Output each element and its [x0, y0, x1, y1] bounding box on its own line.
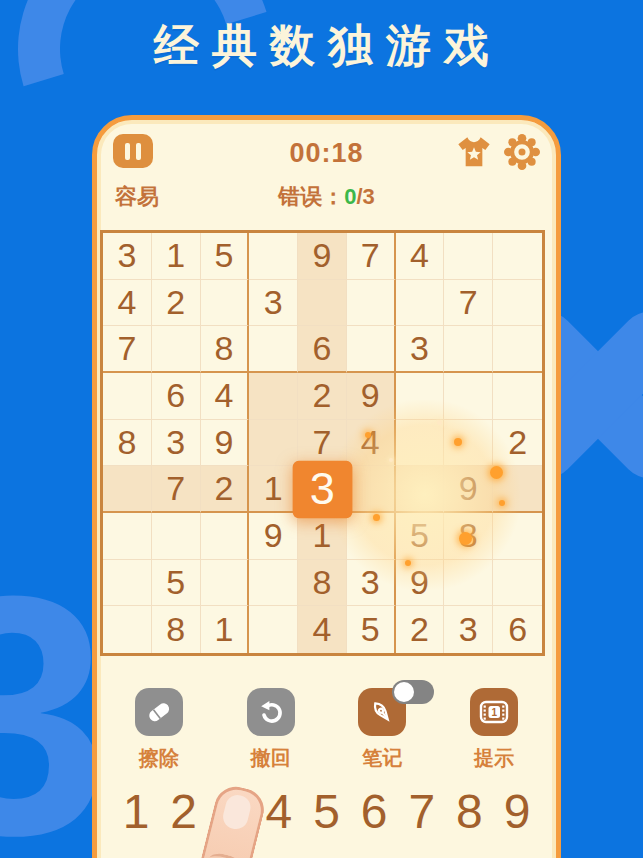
cell-r6c9[interactable] — [493, 466, 542, 513]
cell-r5c7[interactable] — [396, 420, 445, 467]
cell-r3c8[interactable] — [444, 326, 493, 373]
cell-r9c1[interactable] — [103, 606, 152, 653]
cell-r2c4[interactable]: 3 — [249, 280, 298, 327]
numpad-5[interactable]: 5 — [308, 784, 346, 839]
app-screen: 3 经典数独游戏 00:18 容易 错误 — [0, 0, 643, 858]
numpad-3[interactable]: 3 — [212, 784, 250, 839]
cell-r1c6[interactable]: 7 — [347, 233, 396, 280]
cell-r2c1[interactable]: 4 — [103, 280, 152, 327]
cell-r3c6[interactable] — [347, 326, 396, 373]
numpad-7[interactable]: 7 — [403, 784, 441, 839]
cell-r8c5[interactable]: 8 — [298, 560, 347, 607]
notes-button[interactable]: 笔记 — [344, 688, 420, 772]
cell-r7c7[interactable]: 5 — [396, 513, 445, 560]
cell-r6c7[interactable] — [396, 466, 445, 513]
cell-r9c9[interactable]: 6 — [493, 606, 542, 653]
cell-r7c5[interactable]: 1 — [298, 513, 347, 560]
numpad-8[interactable]: 8 — [450, 784, 488, 839]
cell-r6c3[interactable]: 2 — [201, 466, 250, 513]
cell-r3c9[interactable] — [493, 326, 542, 373]
cell-r5c8[interactable] — [444, 420, 493, 467]
cell-r8c6[interactable]: 3 — [347, 560, 396, 607]
cell-r1c2[interactable]: 1 — [152, 233, 201, 280]
cell-r9c7[interactable]: 2 — [396, 606, 445, 653]
cell-r7c9[interactable] — [493, 513, 542, 560]
erase-button[interactable]: 擦除 — [121, 688, 197, 772]
hint-badge: 1 — [491, 707, 497, 718]
tool-label: 提示 — [474, 745, 514, 772]
cell-r6c5[interactable]: 3 — [293, 461, 352, 518]
cell-r4c2[interactable]: 6 — [152, 373, 201, 420]
cell-r1c7[interactable]: 4 — [396, 233, 445, 280]
cell-r7c1[interactable] — [103, 513, 152, 560]
numpad-1[interactable]: 1 — [117, 784, 155, 839]
cell-r8c7[interactable]: 9 — [396, 560, 445, 607]
undo-button[interactable]: 撤回 — [233, 688, 309, 772]
cell-r5c5[interactable]: 7 — [298, 420, 347, 467]
cell-r4c6[interactable]: 9 — [347, 373, 396, 420]
cell-r6c1[interactable] — [103, 466, 152, 513]
game-card: 00:18 容易 错误：0/3 3159744237786364 — [92, 115, 561, 858]
cell-r4c1[interactable] — [103, 373, 152, 420]
cell-r2c3[interactable] — [201, 280, 250, 327]
cell-r2c6[interactable] — [347, 280, 396, 327]
cell-r4c3[interactable]: 4 — [201, 373, 250, 420]
tshirt-star-icon[interactable] — [454, 132, 494, 172]
errors-value: 0 — [344, 184, 356, 209]
cell-r5c9[interactable]: 2 — [493, 420, 542, 467]
hint-button[interactable]: 1 提示 — [456, 688, 532, 772]
cell-r3c3[interactable]: 8 — [201, 326, 250, 373]
cell-r2c8[interactable]: 7 — [444, 280, 493, 327]
cell-r1c9[interactable] — [493, 233, 542, 280]
cell-r9c8[interactable]: 3 — [444, 606, 493, 653]
cell-r8c2[interactable]: 5 — [152, 560, 201, 607]
cell-r9c3[interactable]: 1 — [201, 606, 250, 653]
cell-r3c2[interactable] — [152, 326, 201, 373]
cell-r2c9[interactable] — [493, 280, 542, 327]
cell-r8c4[interactable] — [249, 560, 298, 607]
numpad-2[interactable]: 2 — [165, 784, 203, 839]
cell-r8c1[interactable] — [103, 560, 152, 607]
cell-r1c3[interactable]: 5 — [201, 233, 250, 280]
cell-r1c1[interactable]: 3 — [103, 233, 152, 280]
cell-r6c8[interactable]: 9 — [444, 466, 493, 513]
cell-r9c2[interactable]: 8 — [152, 606, 201, 653]
cell-r5c3[interactable]: 9 — [201, 420, 250, 467]
cell-r7c4[interactable]: 9 — [249, 513, 298, 560]
errors-total: /3 — [356, 184, 374, 209]
tool-label: 笔记 — [362, 745, 402, 772]
page-title: 经典数独游戏 — [0, 16, 643, 76]
cell-r7c3[interactable] — [201, 513, 250, 560]
cell-r5c6[interactable]: 4 — [347, 420, 396, 467]
cell-r7c6[interactable] — [347, 513, 396, 560]
cell-r6c2[interactable]: 7 — [152, 466, 201, 513]
cell-r4c4[interactable] — [249, 373, 298, 420]
cell-r8c8[interactable] — [444, 560, 493, 607]
numpad-9[interactable]: 9 — [498, 784, 536, 839]
cell-r3c5[interactable]: 6 — [298, 326, 347, 373]
cell-r9c6[interactable]: 5 — [347, 606, 396, 653]
cell-r1c4[interactable] — [249, 233, 298, 280]
undo-icon — [247, 688, 295, 736]
cell-r4c8[interactable] — [444, 373, 493, 420]
cell-r9c4[interactable] — [249, 606, 298, 653]
numpad: 123456789 — [109, 784, 544, 839]
cell-r2c2[interactable]: 2 — [152, 280, 201, 327]
cell-r6c6[interactable] — [347, 466, 396, 513]
cell-r7c8[interactable]: 8 — [444, 513, 493, 560]
cell-r4c9[interactable] — [493, 373, 542, 420]
cell-r2c7[interactable] — [396, 280, 445, 327]
cell-r4c5[interactable]: 2 — [298, 373, 347, 420]
cell-r8c3[interactable] — [201, 560, 250, 607]
errors-counter: 错误：0/3 — [97, 182, 556, 212]
cell-r3c7[interactable]: 3 — [396, 326, 445, 373]
tool-label: 擦除 — [139, 745, 179, 772]
sudoku-board: 3159744237786364298397427213991585839814… — [100, 230, 545, 656]
numpad-4[interactable]: 4 — [260, 784, 298, 839]
cell-r8c9[interactable] — [493, 560, 542, 607]
cell-r4c7[interactable] — [396, 373, 445, 420]
notes-toggle[interactable] — [392, 680, 434, 704]
cell-r5c1[interactable]: 8 — [103, 420, 152, 467]
errors-label: 错误： — [278, 184, 344, 209]
cell-r3c4[interactable] — [249, 326, 298, 373]
notes-toggle-knob — [394, 682, 414, 702]
cell-r5c4[interactable] — [249, 420, 298, 467]
toolbar: 擦除 撤回 — [97, 688, 556, 772]
cell-r2c5[interactable] — [298, 280, 347, 327]
cell-r9c5[interactable]: 4 — [298, 606, 347, 653]
film-ad-icon: 1 — [470, 688, 518, 736]
cell-r5c2[interactable]: 3 — [152, 420, 201, 467]
cell-r3c1[interactable]: 7 — [103, 326, 152, 373]
cell-r1c5[interactable]: 9 — [298, 233, 347, 280]
cell-r1c8[interactable] — [444, 233, 493, 280]
cell-r7c2[interactable] — [152, 513, 201, 560]
eraser-icon — [135, 688, 183, 736]
gear-icon[interactable] — [502, 132, 542, 172]
cell-r6c4[interactable]: 1 — [249, 466, 298, 513]
numpad-6[interactable]: 6 — [355, 784, 393, 839]
tool-label: 撤回 — [251, 745, 291, 772]
